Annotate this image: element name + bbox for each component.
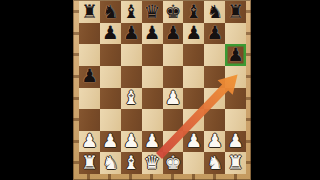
black-knight[interactable]: ♞ [102, 2, 119, 21]
square-a7[interactable] [79, 23, 100, 45]
square-c5[interactable] [121, 66, 142, 88]
square-a8[interactable]: ♜ [79, 1, 100, 23]
white-bishop[interactable]: ♝ [123, 89, 140, 108]
black-pawn[interactable]: ♟ [123, 24, 140, 43]
white-rook[interactable]: ♜ [227, 153, 244, 172]
square-c4[interactable]: ♝ [121, 88, 142, 110]
black-knight[interactable]: ♞ [206, 2, 223, 21]
square-f3[interactable] [183, 109, 204, 131]
square-g7[interactable]: ♟ [204, 23, 225, 45]
square-h5[interactable] [225, 66, 246, 88]
square-h4[interactable] [225, 88, 246, 110]
square-a2[interactable]: ♟ [79, 131, 100, 153]
square-g2[interactable]: ♟ [204, 131, 225, 153]
white-pawn[interactable]: ♟ [227, 132, 244, 151]
square-d6[interactable] [142, 44, 163, 66]
square-g3[interactable] [204, 109, 225, 131]
black-pawn[interactable]: ♟ [186, 24, 203, 43]
square-h6[interactable]: ♟ [225, 44, 246, 66]
square-g1[interactable]: ♞ [204, 152, 225, 174]
square-h3[interactable] [225, 109, 246, 131]
square-h1[interactable]: ♜ [225, 152, 246, 174]
black-pawn[interactable]: ♟ [144, 24, 161, 43]
black-bishop[interactable]: ♝ [123, 2, 140, 21]
square-f6[interactable] [183, 44, 204, 66]
black-pawn[interactable]: ♟ [227, 45, 244, 64]
square-b6[interactable] [100, 44, 121, 66]
square-g8[interactable]: ♞ [204, 1, 225, 23]
square-e8[interactable]: ♚ [163, 1, 184, 23]
square-g5[interactable] [204, 66, 225, 88]
square-b2[interactable]: ♟ [100, 131, 121, 153]
square-b4[interactable] [100, 88, 121, 110]
square-d8[interactable]: ♛ [142, 1, 163, 23]
white-pawn[interactable]: ♟ [81, 132, 98, 151]
square-g6[interactable] [204, 44, 225, 66]
black-queen[interactable]: ♛ [144, 2, 161, 21]
square-e5[interactable] [163, 66, 184, 88]
white-queen[interactable]: ♛ [144, 153, 161, 172]
square-e1[interactable]: ♚ [163, 152, 184, 174]
square-f4[interactable] [183, 88, 204, 110]
square-e7[interactable]: ♟ [163, 23, 184, 45]
black-pawn[interactable]: ♟ [81, 67, 98, 86]
square-f8[interactable]: ♝ [183, 1, 204, 23]
square-b3[interactable] [100, 109, 121, 131]
square-b8[interactable]: ♞ [100, 1, 121, 23]
white-knight[interactable]: ♞ [102, 153, 119, 172]
square-a6[interactable] [79, 44, 100, 66]
square-a1[interactable]: ♜ [79, 152, 100, 174]
board-frame-ticks-right [246, 1, 251, 174]
square-e3[interactable] [163, 109, 184, 131]
square-c8[interactable]: ♝ [121, 1, 142, 23]
square-f2[interactable]: ♟ [183, 131, 204, 153]
square-d3[interactable] [142, 109, 163, 131]
square-c7[interactable]: ♟ [121, 23, 142, 45]
white-bishop[interactable]: ♝ [123, 153, 140, 172]
square-e4[interactable]: ♟ [163, 88, 184, 110]
square-g4[interactable] [204, 88, 225, 110]
square-h8[interactable]: ♜ [225, 1, 246, 23]
white-knight[interactable]: ♞ [206, 153, 223, 172]
square-b5[interactable] [100, 66, 121, 88]
square-f7[interactable]: ♟ [183, 23, 204, 45]
white-pawn[interactable]: ♟ [123, 132, 140, 151]
white-pawn[interactable]: ♟ [186, 132, 203, 151]
white-king[interactable]: ♚ [165, 153, 182, 172]
square-c1[interactable]: ♝ [121, 152, 142, 174]
black-king[interactable]: ♚ [165, 2, 182, 21]
black-pawn[interactable]: ♟ [206, 24, 223, 43]
square-h2[interactable]: ♟ [225, 131, 246, 153]
black-pawn[interactable]: ♟ [102, 24, 119, 43]
square-h7[interactable] [225, 23, 246, 45]
black-bishop[interactable]: ♝ [186, 2, 203, 21]
square-f1[interactable] [183, 152, 204, 174]
square-c3[interactable] [121, 109, 142, 131]
black-pawn[interactable]: ♟ [165, 24, 182, 43]
square-c2[interactable]: ♟ [121, 131, 142, 153]
square-d1[interactable]: ♛ [142, 152, 163, 174]
board-squares: ♜♞♝♛♚♝♞♜♟♟♟♟♟♟♟♟♝♟♟♟♟♟♟♟♟♜♞♝♛♚♞♜ [79, 1, 246, 174]
square-a3[interactable] [79, 109, 100, 131]
chess-board: ♜♞♝♛♚♝♞♜♟♟♟♟♟♟♟♟♝♟♟♟♟♟♟♟♟♜♞♝♛♚♞♜ [73, 0, 251, 180]
square-c6[interactable] [121, 44, 142, 66]
square-d4[interactable] [142, 88, 163, 110]
square-b7[interactable]: ♟ [100, 23, 121, 45]
square-d2[interactable]: ♟ [142, 131, 163, 153]
square-e6[interactable] [163, 44, 184, 66]
square-d7[interactable]: ♟ [142, 23, 163, 45]
black-rook[interactable]: ♜ [81, 2, 98, 21]
video-frame: ♜♞♝♛♚♝♞♜♟♟♟♟♟♟♟♟♝♟♟♟♟♟♟♟♟♜♞♝♛♚♞♜ [0, 0, 320, 180]
square-b1[interactable]: ♞ [100, 152, 121, 174]
white-pawn[interactable]: ♟ [206, 132, 223, 151]
white-pawn[interactable]: ♟ [144, 132, 161, 151]
black-rook[interactable]: ♜ [227, 2, 244, 21]
white-rook[interactable]: ♜ [81, 153, 98, 172]
square-d5[interactable] [142, 66, 163, 88]
square-e2[interactable] [163, 131, 184, 153]
white-pawn[interactable]: ♟ [165, 89, 182, 108]
board-frame-ticks-bottom [79, 174, 246, 180]
square-a5[interactable]: ♟ [79, 66, 100, 88]
square-a4[interactable] [79, 88, 100, 110]
square-f5[interactable] [183, 66, 204, 88]
white-pawn[interactable]: ♟ [102, 132, 119, 151]
